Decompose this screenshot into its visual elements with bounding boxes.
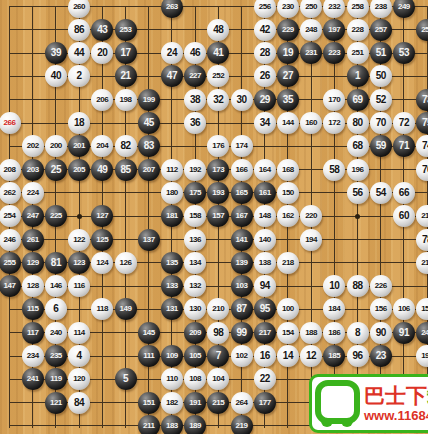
stone-126: 126 xyxy=(115,252,137,274)
stone-173: 173 xyxy=(207,159,229,181)
stone-98: 98 xyxy=(207,322,229,344)
stone-156: 156 xyxy=(370,298,392,320)
stone-72: 72 xyxy=(393,112,415,134)
stone-125: 125 xyxy=(91,229,113,251)
stone-248: 248 xyxy=(300,19,322,41)
bus-icon xyxy=(314,380,360,428)
stone-17: 17 xyxy=(115,42,137,64)
stone-99: 99 xyxy=(231,322,253,344)
star-point xyxy=(77,214,82,219)
stone-186: 186 xyxy=(323,322,345,344)
stone-112: 112 xyxy=(161,159,183,181)
stone-12: 12 xyxy=(300,345,322,367)
stone-103: 103 xyxy=(231,275,253,297)
stone-90: 90 xyxy=(370,322,392,344)
stone-42: 42 xyxy=(254,19,276,41)
stone-29: 29 xyxy=(254,89,276,111)
stone-225: 225 xyxy=(45,205,67,227)
stone-96: 96 xyxy=(347,345,369,367)
stone-28: 28 xyxy=(254,42,276,64)
go-board-screenshot: 2602632562302502322582382498643253484222… xyxy=(0,0,428,434)
stone-228: 228 xyxy=(347,19,369,41)
stone-56: 56 xyxy=(347,182,369,204)
stone-136: 136 xyxy=(184,229,206,251)
stone-209: 209 xyxy=(184,322,206,344)
stone-254: 254 xyxy=(0,205,21,227)
stone-202: 202 xyxy=(22,135,44,157)
stone-249: 249 xyxy=(393,0,415,18)
stone-8: 8 xyxy=(347,322,369,344)
stone-111: 111 xyxy=(138,345,160,367)
stone-194: 194 xyxy=(300,229,322,251)
stone-266: 266 xyxy=(0,112,21,134)
stone-66: 66 xyxy=(393,182,415,204)
stone-84: 84 xyxy=(68,392,90,414)
stone-182: 182 xyxy=(161,392,183,414)
stone-5: 5 xyxy=(115,368,137,390)
stone-4: 4 xyxy=(68,345,90,367)
stone-50: 50 xyxy=(370,65,392,87)
stone-150: 150 xyxy=(277,182,299,204)
stone-161: 161 xyxy=(254,182,276,204)
stone-23: 23 xyxy=(370,345,392,367)
stone-226: 226 xyxy=(370,275,392,297)
stone-199: 199 xyxy=(138,89,160,111)
stone-140: 140 xyxy=(254,229,276,251)
stone-229: 229 xyxy=(277,19,299,41)
stone-167: 167 xyxy=(231,205,253,227)
stone-85: 85 xyxy=(115,159,137,181)
watermark-url[interactable]: www.11684.com xyxy=(364,409,428,422)
stone-43: 43 xyxy=(91,19,113,41)
stone-123: 123 xyxy=(68,252,90,274)
stone-95: 95 xyxy=(254,298,276,320)
stone-145: 145 xyxy=(138,322,160,344)
stone-207: 207 xyxy=(138,159,160,181)
stone-224: 224 xyxy=(22,182,44,204)
stone-208: 208 xyxy=(0,159,21,181)
stone-30: 30 xyxy=(231,89,253,111)
stone-122: 122 xyxy=(68,229,90,251)
stone-81: 81 xyxy=(45,252,67,274)
stone-76: 76 xyxy=(416,159,428,181)
stone-32: 32 xyxy=(207,89,229,111)
stone-183: 183 xyxy=(161,415,183,434)
stone-109: 109 xyxy=(161,345,183,367)
stone-238: 238 xyxy=(370,0,392,18)
stone-24: 24 xyxy=(161,42,183,64)
stone-26: 26 xyxy=(254,65,276,87)
stone-133: 133 xyxy=(161,275,183,297)
stone-174: 174 xyxy=(231,135,253,157)
stone-160: 160 xyxy=(300,112,322,134)
stone-240: 240 xyxy=(45,322,67,344)
stone-19: 19 xyxy=(277,42,299,64)
stone-205: 205 xyxy=(68,159,90,181)
stone-189: 189 xyxy=(184,415,206,434)
stone-211: 211 xyxy=(138,415,160,434)
stone-18: 18 xyxy=(68,112,90,134)
stone-114: 114 xyxy=(68,322,90,344)
stone-78: 78 xyxy=(416,229,428,251)
stone-135: 135 xyxy=(161,252,183,274)
stone-58: 58 xyxy=(323,159,345,181)
stone-180: 180 xyxy=(161,182,183,204)
stone-243: 243 xyxy=(416,322,428,344)
stone-166: 166 xyxy=(231,159,253,181)
stone-247: 247 xyxy=(22,205,44,227)
stone-34: 34 xyxy=(254,112,276,134)
stone-175: 175 xyxy=(184,182,206,204)
stone-88: 88 xyxy=(347,275,369,297)
stone-168: 168 xyxy=(277,159,299,181)
stone-1: 1 xyxy=(347,65,369,87)
stone-191: 191 xyxy=(184,392,206,414)
stone-22: 22 xyxy=(254,368,276,390)
stone-94: 94 xyxy=(254,275,276,297)
stone-219: 219 xyxy=(231,415,253,434)
stone-154: 154 xyxy=(277,322,299,344)
stone-165: 165 xyxy=(231,182,253,204)
stone-83: 83 xyxy=(138,135,160,157)
stone-80: 80 xyxy=(347,112,369,134)
stone-263: 263 xyxy=(161,0,183,18)
stone-170: 170 xyxy=(323,89,345,111)
stone-262: 262 xyxy=(0,182,21,204)
stone-115: 115 xyxy=(22,298,44,320)
stone-196: 196 xyxy=(347,159,369,181)
stone-69: 69 xyxy=(347,89,369,111)
stone-54: 54 xyxy=(370,182,392,204)
stone-162: 162 xyxy=(277,205,299,227)
stone-234: 234 xyxy=(22,345,44,367)
stone-134: 134 xyxy=(184,252,206,274)
stone-203: 203 xyxy=(22,159,44,181)
stone-49: 49 xyxy=(91,159,113,181)
stone-217: 217 xyxy=(254,322,276,344)
stone-70: 70 xyxy=(370,112,392,134)
stone-230: 230 xyxy=(277,0,299,18)
stone-197: 197 xyxy=(323,19,345,41)
stone-218: 218 xyxy=(277,252,299,274)
stone-52: 52 xyxy=(370,89,392,111)
stone-151: 151 xyxy=(138,392,160,414)
stone-68: 68 xyxy=(347,135,369,157)
stone-144: 144 xyxy=(277,112,299,134)
stone-105: 105 xyxy=(184,345,206,367)
stone-137: 137 xyxy=(138,229,160,251)
stone-206: 206 xyxy=(91,89,113,111)
watermark-box: 巴士下载 www.11684.com xyxy=(309,374,428,433)
stone-121: 121 xyxy=(45,392,67,414)
stone-124: 124 xyxy=(91,252,113,274)
stone-91: 91 xyxy=(393,322,415,344)
stone-51: 51 xyxy=(370,42,392,64)
stone-246: 246 xyxy=(0,229,21,251)
stone-87: 87 xyxy=(231,298,253,320)
stone-45: 45 xyxy=(138,112,160,134)
stone-261: 261 xyxy=(22,229,44,251)
stone-16: 16 xyxy=(254,345,276,367)
stone-59: 59 xyxy=(370,135,392,157)
stone-14: 14 xyxy=(277,345,299,367)
stone-192: 192 xyxy=(184,159,206,181)
stone-181: 181 xyxy=(161,205,183,227)
stone-177: 177 xyxy=(254,392,276,414)
stone-256: 256 xyxy=(254,0,276,18)
stone-198: 198 xyxy=(115,89,137,111)
stone-255: 255 xyxy=(0,252,21,274)
stone-38: 38 xyxy=(184,89,206,111)
stone-264: 264 xyxy=(231,392,253,414)
stone-129: 129 xyxy=(22,252,44,274)
stone-128: 128 xyxy=(22,275,44,297)
stone-241: 241 xyxy=(22,368,44,390)
stone-149: 149 xyxy=(115,298,137,320)
stone-48: 48 xyxy=(207,19,229,41)
stone-188: 188 xyxy=(300,322,322,344)
stone-141: 141 xyxy=(231,229,253,251)
stone-147: 147 xyxy=(0,275,21,297)
stone-138: 138 xyxy=(254,252,276,274)
watermark-brand-text: 巴士下载 xyxy=(364,385,428,406)
stone-253: 253 xyxy=(115,19,137,41)
stone-39: 39 xyxy=(45,42,67,64)
star-point xyxy=(355,214,360,219)
stone-73: 73 xyxy=(416,89,428,111)
stone-36: 36 xyxy=(184,112,206,134)
stone-86: 86 xyxy=(68,19,90,41)
stone-35: 35 xyxy=(277,89,299,111)
stone-146: 146 xyxy=(45,275,67,297)
stone-60: 60 xyxy=(393,205,415,227)
stone-117: 117 xyxy=(22,322,44,344)
stone-102: 102 xyxy=(231,345,253,367)
stone-164: 164 xyxy=(254,159,276,181)
stone-251: 251 xyxy=(347,42,369,64)
stone-148: 148 xyxy=(254,205,276,227)
stone-25: 25 xyxy=(45,159,67,181)
stone-235: 235 xyxy=(45,345,67,367)
stone-139: 139 xyxy=(231,252,253,274)
stone-257: 257 xyxy=(370,19,392,41)
stone-53: 53 xyxy=(393,42,415,64)
stone-215: 215 xyxy=(207,392,229,414)
stone-21: 21 xyxy=(115,65,137,87)
stone-82: 82 xyxy=(115,135,137,157)
stone-258: 258 xyxy=(347,0,369,18)
